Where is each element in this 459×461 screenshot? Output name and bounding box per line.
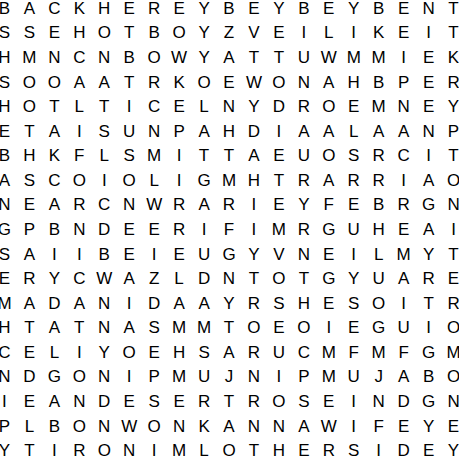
grid-cell[interactable]: N [42, 45, 67, 70]
grid-cell[interactable]: A [42, 316, 67, 341]
grid-cell[interactable]: U [266, 340, 291, 365]
grid-cell[interactable]: P [441, 119, 459, 144]
grid-cell[interactable]: R [341, 168, 366, 193]
grid-cell[interactable]: I [341, 21, 366, 46]
grid-cell[interactable]: C [67, 266, 92, 291]
grid-cell[interactable]: A [0, 168, 17, 193]
grid-cell[interactable]: H [0, 45, 17, 70]
grid-cell[interactable]: E [167, 94, 192, 119]
grid-cell[interactable]: Y [192, 45, 217, 70]
grid-cell[interactable]: I [266, 365, 291, 390]
grid-cell[interactable]: R [67, 438, 92, 461]
grid-cell[interactable]: O [17, 94, 42, 119]
grid-cell[interactable]: S [117, 143, 142, 168]
grid-cell[interactable]: N [416, 0, 441, 21]
grid-cell[interactable]: R [291, 94, 316, 119]
grid-cell[interactable]: V [266, 242, 291, 267]
grid-cell[interactable]: Y [441, 94, 459, 119]
grid-cell[interactable]: G [0, 217, 17, 242]
grid-cell[interactable]: F [341, 340, 366, 365]
grid-cell[interactable]: E [17, 193, 42, 218]
grid-cell[interactable]: O [266, 70, 291, 95]
grid-cell[interactable]: S [341, 143, 366, 168]
grid-cell[interactable]: N [266, 414, 291, 439]
grid-cell[interactable]: E [167, 242, 192, 267]
grid-cell[interactable]: K [441, 45, 459, 70]
grid-cell[interactable]: A [192, 119, 217, 144]
grid-cell[interactable]: E [17, 340, 42, 365]
grid-cell[interactable]: D [142, 291, 167, 316]
grid-cell[interactable]: B [366, 0, 391, 21]
grid-cell[interactable]: M [316, 340, 341, 365]
grid-cell[interactable]: B [0, 143, 17, 168]
grid-cell[interactable]: M [192, 316, 217, 341]
grid-cell[interactable]: O [17, 70, 42, 95]
grid-cell[interactable]: H [241, 168, 266, 193]
grid-cell[interactable]: S [341, 291, 366, 316]
grid-cell[interactable]: F [391, 340, 416, 365]
grid-cell[interactable]: I [416, 21, 441, 46]
grid-cell[interactable]: E [266, 21, 291, 46]
grid-cell[interactable]: N [441, 193, 459, 218]
grid-cell[interactable]: J [217, 365, 242, 390]
grid-cell[interactable]: R [241, 291, 266, 316]
grid-cell[interactable]: Z [142, 266, 167, 291]
grid-cell[interactable]: Y [266, 0, 291, 21]
grid-cell[interactable]: H [67, 21, 92, 46]
grid-cell[interactable]: I [391, 45, 416, 70]
grid-cell[interactable]: A [42, 389, 67, 414]
grid-cell[interactable]: T [217, 143, 242, 168]
grid-cell[interactable]: Y [92, 340, 117, 365]
grid-cell[interactable]: M [142, 143, 167, 168]
grid-cell[interactable]: B [366, 70, 391, 95]
grid-cell[interactable]: K [67, 0, 92, 21]
grid-cell[interactable]: G [316, 266, 341, 291]
grid-cell[interactable]: L [42, 340, 67, 365]
grid-cell[interactable]: N [117, 193, 142, 218]
grid-cell[interactable]: E [117, 217, 142, 242]
grid-cell[interactable]: E [0, 266, 17, 291]
grid-cell[interactable]: I [42, 438, 67, 461]
grid-cell[interactable]: D [391, 438, 416, 461]
grid-cell[interactable]: I [92, 168, 117, 193]
grid-cell[interactable]: E [416, 45, 441, 70]
grid-cell[interactable]: I [117, 291, 142, 316]
grid-cell[interactable]: Y [416, 242, 441, 267]
grid-cell[interactable]: C [391, 143, 416, 168]
grid-cell[interactable]: M [341, 45, 366, 70]
grid-cell[interactable]: S [0, 242, 17, 267]
grid-cell[interactable]: R [142, 0, 167, 21]
grid-cell[interactable]: I [117, 94, 142, 119]
grid-cell[interactable]: T [192, 143, 217, 168]
grid-cell[interactable]: E [316, 291, 341, 316]
grid-cell[interactable]: F [366, 414, 391, 439]
grid-cell[interactable]: T [441, 143, 459, 168]
grid-cell[interactable]: O [142, 45, 167, 70]
grid-cell[interactable]: D [266, 94, 291, 119]
grid-cell[interactable]: E [341, 94, 366, 119]
grid-cell[interactable]: U [192, 365, 217, 390]
grid-cell[interactable]: Y [192, 21, 217, 46]
grid-cell[interactable]: S [341, 438, 366, 461]
grid-cell[interactable]: R [192, 389, 217, 414]
grid-cell[interactable]: A [42, 193, 67, 218]
grid-cell[interactable]: I [167, 143, 192, 168]
grid-cell[interactable]: I [241, 193, 266, 218]
grid-cell[interactable]: M [266, 217, 291, 242]
grid-cell[interactable]: F [67, 143, 92, 168]
grid-cell[interactable]: M [366, 340, 391, 365]
grid-cell[interactable]: W [117, 414, 142, 439]
grid-cell[interactable]: N [92, 414, 117, 439]
grid-cell[interactable]: T [241, 45, 266, 70]
grid-cell[interactable]: H [167, 340, 192, 365]
grid-cell[interactable]: E [391, 414, 416, 439]
grid-cell[interactable]: I [341, 242, 366, 267]
grid-cell[interactable]: I [291, 21, 316, 46]
grid-cell[interactable]: L [92, 143, 117, 168]
grid-cell[interactable]: T [217, 389, 242, 414]
grid-cell[interactable]: O [217, 438, 242, 461]
grid-cell[interactable]: A [391, 365, 416, 390]
grid-cell[interactable]: R [291, 168, 316, 193]
grid-cell[interactable]: O [67, 414, 92, 439]
grid-cell[interactable]: U [341, 365, 366, 390]
grid-cell[interactable]: I [67, 119, 92, 144]
grid-cell[interactable]: O [167, 21, 192, 46]
grid-cell[interactable]: S [266, 291, 291, 316]
grid-cell[interactable]: R [241, 340, 266, 365]
grid-cell[interactable]: Y [217, 291, 242, 316]
grid-cell[interactable]: O [241, 316, 266, 341]
grid-cell[interactable]: M [391, 242, 416, 267]
grid-cell[interactable]: T [217, 316, 242, 341]
grid-cell[interactable]: R [391, 193, 416, 218]
grid-cell[interactable]: R [142, 70, 167, 95]
grid-cell[interactable]: R [67, 193, 92, 218]
grid-cell[interactable]: O [266, 266, 291, 291]
grid-cell[interactable]: N [92, 365, 117, 390]
grid-cell[interactable]: A [192, 193, 217, 218]
grid-cell[interactable]: N [291, 242, 316, 267]
grid-cell[interactable]: U [391, 316, 416, 341]
grid-cell[interactable]: I [142, 438, 167, 461]
grid-cell[interactable]: N [92, 291, 117, 316]
grid-cell[interactable]: G [416, 193, 441, 218]
grid-cell[interactable]: B [217, 0, 242, 21]
grid-cell[interactable]: N [92, 45, 117, 70]
grid-cell[interactable]: H [217, 119, 242, 144]
grid-cell[interactable]: G [416, 340, 441, 365]
grid-cell[interactable]: E [42, 21, 67, 46]
grid-cell[interactable]: E [391, 21, 416, 46]
grid-cell[interactable]: A [316, 168, 341, 193]
grid-cell[interactable]: E [441, 266, 459, 291]
grid-cell[interactable]: I [241, 217, 266, 242]
grid-cell[interactable]: B [117, 45, 142, 70]
grid-cell[interactable]: E [391, 0, 416, 21]
grid-cell[interactable]: O [316, 94, 341, 119]
grid-cell[interactable]: N [441, 389, 459, 414]
grid-cell[interactable]: W [142, 193, 167, 218]
grid-cell[interactable]: W [316, 414, 341, 439]
grid-cell[interactable]: I [366, 438, 391, 461]
grid-cell[interactable]: O [67, 168, 92, 193]
grid-cell[interactable]: D [17, 365, 42, 390]
grid-cell[interactable]: U [192, 242, 217, 267]
grid-cell[interactable]: E [316, 389, 341, 414]
grid-cell[interactable]: H [92, 0, 117, 21]
grid-cell[interactable]: A [217, 45, 242, 70]
grid-cell[interactable]: A [316, 119, 341, 144]
grid-cell[interactable]: D [42, 291, 67, 316]
grid-cell[interactable]: N [366, 389, 391, 414]
grid-cell[interactable]: N [217, 94, 242, 119]
grid-cell[interactable]: A [391, 266, 416, 291]
grid-cell[interactable]: A [366, 119, 391, 144]
grid-cell[interactable]: I [142, 242, 167, 267]
grid-cell[interactable]: T [92, 94, 117, 119]
grid-cell[interactable]: M [167, 316, 192, 341]
grid-cell[interactable]: W [241, 70, 266, 95]
grid-cell[interactable]: E [341, 193, 366, 218]
grid-cell[interactable]: L [366, 242, 391, 267]
grid-cell[interactable]: I [416, 316, 441, 341]
grid-cell[interactable]: N [416, 119, 441, 144]
grid-cell[interactable]: B [366, 193, 391, 218]
grid-cell[interactable]: G [366, 316, 391, 341]
grid-cell[interactable]: E [17, 389, 42, 414]
grid-cell[interactable]: P [167, 119, 192, 144]
grid-cell[interactable]: O [366, 291, 391, 316]
grid-cell[interactable]: E [117, 0, 142, 21]
grid-cell[interactable]: E [416, 438, 441, 461]
grid-cell[interactable]: O [441, 365, 459, 390]
grid-cell[interactable]: I [391, 291, 416, 316]
grid-cell[interactable]: E [241, 0, 266, 21]
grid-cell[interactable]: A [192, 291, 217, 316]
grid-cell[interactable]: A [241, 143, 266, 168]
grid-cell[interactable]: Y [42, 266, 67, 291]
grid-cell[interactable]: F [316, 193, 341, 218]
grid-cell[interactable]: E [341, 316, 366, 341]
grid-cell[interactable]: R [316, 438, 341, 461]
grid-cell[interactable]: N [241, 365, 266, 390]
grid-cell[interactable]: M [366, 94, 391, 119]
grid-cell[interactable]: Y [241, 94, 266, 119]
grid-cell[interactable]: V [241, 21, 266, 46]
grid-cell[interactable]: R [17, 266, 42, 291]
grid-cell[interactable]: I [192, 217, 217, 242]
grid-cell[interactable]: Y [241, 242, 266, 267]
grid-cell[interactable]: A [291, 119, 316, 144]
grid-cell[interactable]: E [117, 242, 142, 267]
grid-cell[interactable]: U [117, 119, 142, 144]
grid-cell[interactable]: S [17, 168, 42, 193]
grid-cell[interactable]: A [17, 291, 42, 316]
grid-cell[interactable]: M [167, 365, 192, 390]
grid-cell[interactable]: O [67, 365, 92, 390]
grid-cell[interactable]: M [217, 168, 242, 193]
grid-cell[interactable]: U [291, 143, 316, 168]
grid-cell[interactable]: Y [341, 266, 366, 291]
grid-cell[interactable]: Y [441, 438, 459, 461]
grid-cell[interactable]: S [92, 119, 117, 144]
grid-cell[interactable]: M [0, 291, 17, 316]
grid-cell[interactable]: T [17, 119, 42, 144]
grid-cell[interactable]: Y [192, 0, 217, 21]
grid-cell[interactable]: L [192, 94, 217, 119]
grid-cell[interactable]: Y [0, 438, 17, 461]
grid-cell[interactable]: I [441, 217, 459, 242]
grid-cell[interactable]: I [341, 414, 366, 439]
grid-cell[interactable]: W [92, 266, 117, 291]
grid-cell[interactable]: M [17, 45, 42, 70]
grid-cell[interactable]: A [17, 242, 42, 267]
grid-cell[interactable]: C [67, 45, 92, 70]
grid-cell[interactable]: K [366, 21, 391, 46]
grid-cell[interactable]: T [266, 45, 291, 70]
grid-cell[interactable]: B [0, 0, 17, 21]
grid-cell[interactable]: A [316, 70, 341, 95]
grid-cell[interactable]: J [366, 365, 391, 390]
grid-cell[interactable]: T [266, 168, 291, 193]
grid-cell[interactable]: K [167, 70, 192, 95]
grid-cell[interactable]: B [142, 21, 167, 46]
grid-cell[interactable]: L [67, 94, 92, 119]
grid-cell[interactable]: O [266, 389, 291, 414]
grid-cell[interactable]: A [416, 168, 441, 193]
grid-cell[interactable]: L [192, 438, 217, 461]
grid-cell[interactable]: S [192, 340, 217, 365]
grid-cell[interactable]: E [167, 389, 192, 414]
grid-cell[interactable]: N [67, 389, 92, 414]
grid-cell[interactable]: A [291, 414, 316, 439]
grid-cell[interactable]: W [167, 45, 192, 70]
grid-cell[interactable]: A [67, 291, 92, 316]
grid-cell[interactable]: O [316, 143, 341, 168]
grid-cell[interactable]: S [291, 389, 316, 414]
grid-cell[interactable]: T [67, 316, 92, 341]
grid-cell[interactable]: R [167, 217, 192, 242]
grid-cell[interactable]: D [92, 217, 117, 242]
grid-cell[interactable]: E [441, 414, 459, 439]
grid-cell[interactable]: N [142, 119, 167, 144]
grid-cell[interactable]: I [391, 168, 416, 193]
grid-cell[interactable]: H [341, 70, 366, 95]
grid-cell[interactable]: P [391, 70, 416, 95]
grid-cell[interactable]: C [0, 340, 17, 365]
grid-cell[interactable]: N [117, 438, 142, 461]
grid-cell[interactable]: A [92, 70, 117, 95]
grid-cell[interactable]: T [416, 291, 441, 316]
grid-cell[interactable]: E [0, 119, 17, 144]
grid-cell[interactable]: N [241, 414, 266, 439]
grid-cell[interactable]: T [17, 438, 42, 461]
grid-cell[interactable]: E [167, 0, 192, 21]
grid-cell[interactable]: Y [291, 193, 316, 218]
grid-cell[interactable]: H [291, 291, 316, 316]
grid-cell[interactable]: E [142, 340, 167, 365]
grid-cell[interactable]: H [0, 94, 17, 119]
grid-cell[interactable]: N [67, 217, 92, 242]
grid-cell[interactable]: D [241, 119, 266, 144]
grid-cell[interactable]: E [266, 143, 291, 168]
grid-cell[interactable]: O [441, 316, 459, 341]
grid-cell[interactable]: A [391, 119, 416, 144]
grid-cell[interactable]: B [42, 217, 67, 242]
grid-cell[interactable]: N [291, 70, 316, 95]
grid-cell[interactable]: I [167, 168, 192, 193]
grid-cell[interactable]: P [291, 365, 316, 390]
grid-cell[interactable]: N [391, 94, 416, 119]
grid-cell[interactable]: T [117, 70, 142, 95]
grid-cell[interactable]: B [92, 242, 117, 267]
grid-cell[interactable]: R [167, 193, 192, 218]
grid-cell[interactable]: K [192, 414, 217, 439]
grid-cell[interactable]: E [266, 193, 291, 218]
grid-cell[interactable]: G [42, 365, 67, 390]
grid-cell[interactable]: O [42, 70, 67, 95]
grid-cell[interactable]: G [217, 242, 242, 267]
grid-cell[interactable]: E [391, 217, 416, 242]
grid-cell[interactable]: B [42, 414, 67, 439]
grid-cell[interactable]: N [217, 266, 242, 291]
grid-cell[interactable]: T [241, 266, 266, 291]
grid-cell[interactable]: T [441, 0, 459, 21]
grid-cell[interactable]: T [441, 242, 459, 267]
grid-cell[interactable]: I [67, 242, 92, 267]
grid-cell[interactable]: O [92, 21, 117, 46]
grid-cell[interactable]: T [42, 94, 67, 119]
grid-cell[interactable]: O [291, 316, 316, 341]
grid-cell[interactable]: E [217, 70, 242, 95]
grid-cell[interactable]: E [142, 217, 167, 242]
grid-cell[interactable]: E [416, 94, 441, 119]
grid-cell[interactable]: M [167, 438, 192, 461]
grid-cell[interactable]: T [241, 438, 266, 461]
grid-cell[interactable]: M [316, 365, 341, 390]
grid-cell[interactable]: R [366, 143, 391, 168]
grid-cell[interactable]: E [266, 316, 291, 341]
grid-cell[interactable]: T [117, 21, 142, 46]
grid-cell[interactable]: O [142, 414, 167, 439]
grid-cell[interactable]: A [217, 414, 242, 439]
grid-cell[interactable]: O [117, 168, 142, 193]
grid-cell[interactable]: F [217, 217, 242, 242]
grid-cell[interactable]: S [0, 70, 17, 95]
grid-cell[interactable]: G [416, 389, 441, 414]
grid-cell[interactable]: E [416, 70, 441, 95]
grid-cell[interactable]: T [17, 316, 42, 341]
grid-cell[interactable]: A [416, 217, 441, 242]
grid-cell[interactable]: O [441, 168, 459, 193]
grid-cell[interactable]: N [0, 365, 17, 390]
grid-cell[interactable]: U [341, 217, 366, 242]
grid-cell[interactable]: S [142, 389, 167, 414]
grid-cell[interactable]: B [416, 365, 441, 390]
grid-cell[interactable]: S [17, 21, 42, 46]
grid-cell[interactable]: R [441, 291, 459, 316]
grid-cell[interactable]: N [0, 193, 17, 218]
grid-cell[interactable]: E [316, 0, 341, 21]
grid-cell[interactable]: C [142, 94, 167, 119]
grid-cell[interactable]: L [341, 119, 366, 144]
grid-cell[interactable]: E [117, 389, 142, 414]
grid-cell[interactable]: U [291, 45, 316, 70]
